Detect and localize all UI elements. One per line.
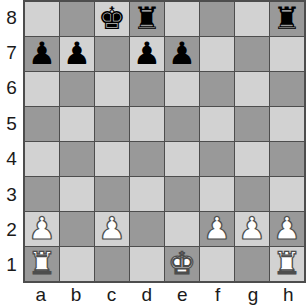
square-e7[interactable]: ♟ bbox=[165, 37, 199, 71]
chess-board-diagram: 87654321 ♚♜♜♟♟♟♟♟♟♟♟♟♜♚♜ abcdefgh bbox=[0, 0, 306, 306]
black-pawn[interactable]: ♟ bbox=[28, 38, 56, 69]
square-d8[interactable]: ♜ bbox=[130, 2, 164, 36]
square-c2[interactable]: ♟ bbox=[95, 212, 129, 246]
square-g4[interactable] bbox=[235, 142, 269, 176]
square-h4[interactable] bbox=[270, 142, 304, 176]
square-g6[interactable] bbox=[235, 72, 269, 106]
rank-label-1: 1 bbox=[0, 248, 23, 283]
square-c1[interactable] bbox=[95, 247, 129, 281]
rank-label-6: 6 bbox=[0, 71, 23, 106]
file-label-a: a bbox=[23, 283, 58, 306]
square-e2[interactable] bbox=[165, 212, 199, 246]
square-h5[interactable] bbox=[270, 107, 304, 141]
white-pawn[interactable]: ♟ bbox=[28, 213, 56, 244]
square-e8[interactable] bbox=[165, 2, 199, 36]
square-a2[interactable]: ♟ bbox=[25, 212, 59, 246]
rank-label-4: 4 bbox=[0, 142, 23, 177]
square-f3[interactable] bbox=[200, 177, 234, 211]
white-pawn[interactable]: ♟ bbox=[238, 213, 266, 244]
square-h1[interactable]: ♜ bbox=[270, 247, 304, 281]
file-label-g: g bbox=[235, 283, 270, 306]
square-a7[interactable]: ♟ bbox=[25, 37, 59, 71]
square-e6[interactable] bbox=[165, 72, 199, 106]
square-b1[interactable] bbox=[60, 247, 94, 281]
file-label-f: f bbox=[200, 283, 235, 306]
square-h7[interactable] bbox=[270, 37, 304, 71]
white-king[interactable]: ♚ bbox=[168, 248, 196, 279]
square-e1[interactable]: ♚ bbox=[165, 247, 199, 281]
square-c8[interactable]: ♚ bbox=[95, 2, 129, 36]
square-b3[interactable] bbox=[60, 177, 94, 211]
square-f1[interactable] bbox=[200, 247, 234, 281]
square-b7[interactable]: ♟ bbox=[60, 37, 94, 71]
rank-label-7: 7 bbox=[0, 35, 23, 70]
board: ♚♜♜♟♟♟♟♟♟♟♟♟♜♚♜ bbox=[23, 0, 306, 283]
rank-label-5: 5 bbox=[0, 106, 23, 141]
square-a3[interactable] bbox=[25, 177, 59, 211]
square-h6[interactable] bbox=[270, 72, 304, 106]
square-c4[interactable] bbox=[95, 142, 129, 176]
square-h2[interactable]: ♟ bbox=[270, 212, 304, 246]
square-f8[interactable] bbox=[200, 2, 234, 36]
file-label-e: e bbox=[165, 283, 200, 306]
square-g3[interactable] bbox=[235, 177, 269, 211]
square-a1[interactable]: ♜ bbox=[25, 247, 59, 281]
white-rook[interactable]: ♜ bbox=[28, 248, 56, 279]
square-h3[interactable] bbox=[270, 177, 304, 211]
square-b8[interactable] bbox=[60, 2, 94, 36]
square-f4[interactable] bbox=[200, 142, 234, 176]
square-g8[interactable] bbox=[235, 2, 269, 36]
square-d5[interactable] bbox=[130, 107, 164, 141]
black-pawn[interactable]: ♟ bbox=[133, 38, 161, 69]
rank-label-3: 3 bbox=[0, 177, 23, 212]
square-e4[interactable] bbox=[165, 142, 199, 176]
square-e5[interactable] bbox=[165, 107, 199, 141]
white-pawn[interactable]: ♟ bbox=[273, 213, 301, 244]
square-b2[interactable] bbox=[60, 212, 94, 246]
square-h8[interactable]: ♜ bbox=[270, 2, 304, 36]
black-pawn[interactable]: ♟ bbox=[63, 38, 91, 69]
file-label-c: c bbox=[94, 283, 129, 306]
square-a5[interactable] bbox=[25, 107, 59, 141]
square-d7[interactable]: ♟ bbox=[130, 37, 164, 71]
file-labels: abcdefgh bbox=[23, 283, 306, 306]
square-d6[interactable] bbox=[130, 72, 164, 106]
square-b4[interactable] bbox=[60, 142, 94, 176]
square-f7[interactable] bbox=[200, 37, 234, 71]
square-c5[interactable] bbox=[95, 107, 129, 141]
square-g2[interactable]: ♟ bbox=[235, 212, 269, 246]
square-a6[interactable] bbox=[25, 72, 59, 106]
square-g7[interactable] bbox=[235, 37, 269, 71]
black-rook[interactable]: ♜ bbox=[273, 3, 301, 34]
square-c7[interactable] bbox=[95, 37, 129, 71]
black-rook[interactable]: ♜ bbox=[133, 3, 161, 34]
rank-label-8: 8 bbox=[0, 0, 23, 35]
rank-label-2: 2 bbox=[0, 212, 23, 247]
file-label-h: h bbox=[271, 283, 306, 306]
white-pawn[interactable]: ♟ bbox=[203, 213, 231, 244]
square-d3[interactable] bbox=[130, 177, 164, 211]
square-f2[interactable]: ♟ bbox=[200, 212, 234, 246]
square-c6[interactable] bbox=[95, 72, 129, 106]
square-f6[interactable] bbox=[200, 72, 234, 106]
square-c3[interactable] bbox=[95, 177, 129, 211]
white-rook[interactable]: ♜ bbox=[273, 248, 301, 279]
file-label-d: d bbox=[129, 283, 164, 306]
square-a8[interactable] bbox=[25, 2, 59, 36]
square-b6[interactable] bbox=[60, 72, 94, 106]
square-g1[interactable] bbox=[235, 247, 269, 281]
square-b5[interactable] bbox=[60, 107, 94, 141]
rank-labels: 87654321 bbox=[0, 0, 23, 283]
square-e3[interactable] bbox=[165, 177, 199, 211]
square-f5[interactable] bbox=[200, 107, 234, 141]
file-label-b: b bbox=[58, 283, 93, 306]
square-a4[interactable] bbox=[25, 142, 59, 176]
black-pawn[interactable]: ♟ bbox=[168, 38, 196, 69]
square-d4[interactable] bbox=[130, 142, 164, 176]
black-king[interactable]: ♚ bbox=[98, 3, 126, 34]
square-g5[interactable] bbox=[235, 107, 269, 141]
square-d2[interactable] bbox=[130, 212, 164, 246]
square-d1[interactable] bbox=[130, 247, 164, 281]
white-pawn[interactable]: ♟ bbox=[98, 213, 126, 244]
